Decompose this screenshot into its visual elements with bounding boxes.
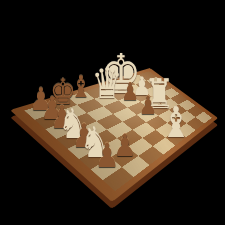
white-queen[interactable]: ♛ — [91, 63, 122, 105]
chessboard-photo-scene: ♚♛♟♜♝♞♞♚♝♟♟♟♟♟♟♟♟ — [0, 0, 225, 225]
brown-pawn[interactable]: ♟ — [94, 139, 119, 173]
brown-pawn[interactable]: ♟ — [138, 94, 157, 119]
brown-pawn[interactable]: ♟ — [121, 80, 139, 105]
white-bishop[interactable]: ♝ — [160, 101, 191, 143]
